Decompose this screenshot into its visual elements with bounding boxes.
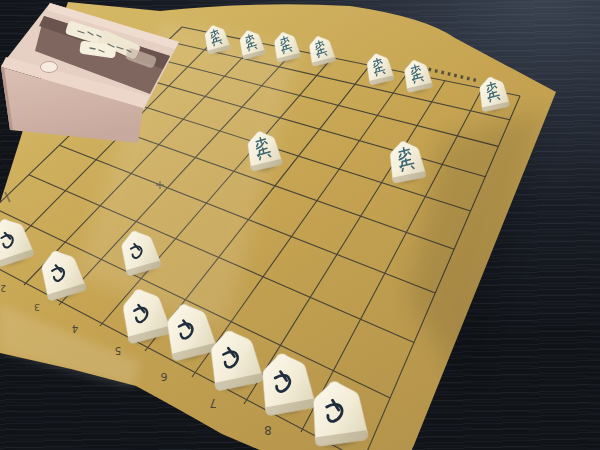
- file-number: 6: [161, 370, 168, 383]
- file-number: 7: [209, 396, 216, 410]
- file-number: 2: [0, 283, 6, 293]
- shogi-piece-tokin[interactable]: [255, 348, 317, 417]
- photo-stage: 23456789: [0, 0, 600, 450]
- file-number: 8: [264, 423, 272, 437]
- shogi-piece-tokin[interactable]: [306, 376, 370, 448]
- file-number: 3: [34, 302, 40, 313]
- file-number: 5: [115, 345, 122, 357]
- shogi-piece-pawn[interactable]: [385, 137, 427, 184]
- box-finger-notch: [41, 62, 58, 73]
- file-number: 4: [72, 323, 78, 334]
- piece-face: [306, 376, 369, 448]
- piece-face: [385, 137, 427, 184]
- piece-box: [0, 0, 200, 160]
